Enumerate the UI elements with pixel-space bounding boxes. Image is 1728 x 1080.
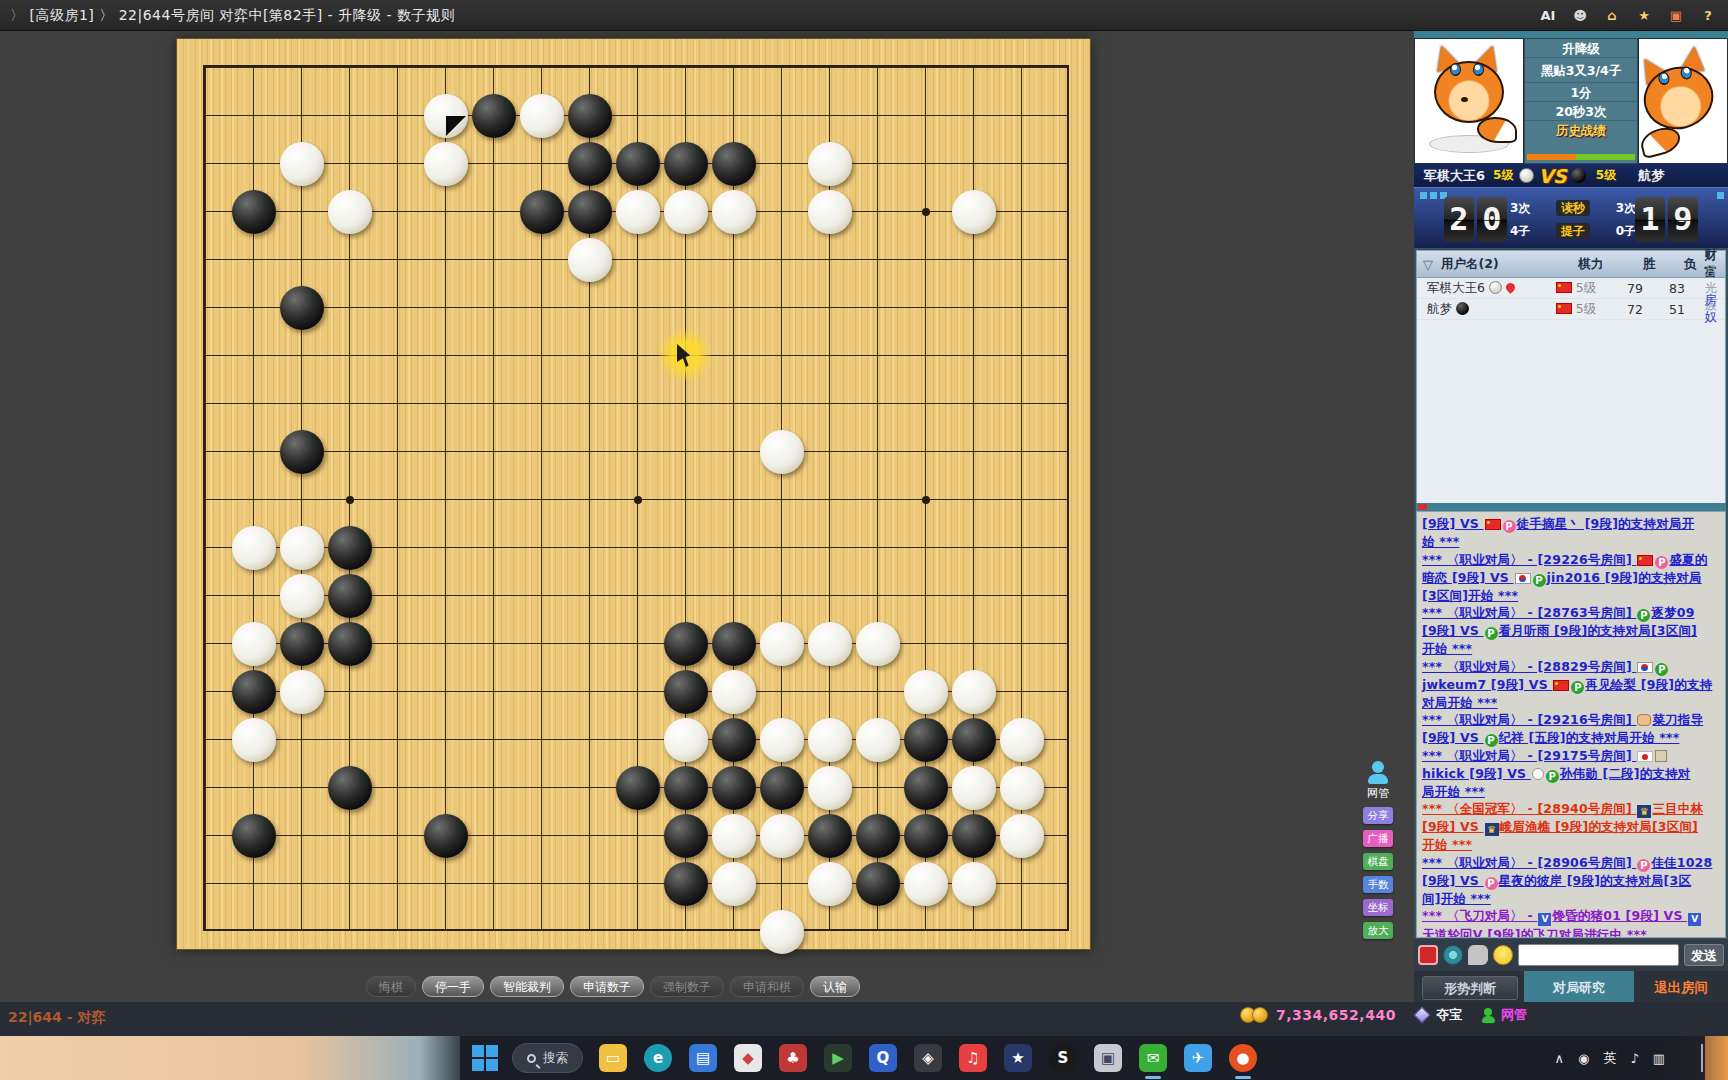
stone-black [952,814,996,858]
stone-black [424,814,468,858]
coin-icon [1252,1007,1268,1023]
stone-black [472,94,516,138]
app-gray-icon[interactable]: ◈ [914,1044,942,1072]
game-button-认输[interactable]: 认输 [810,976,860,997]
chat-broadcast-line[interactable]: *** 〈飞刀对局〉 - 馋昏的猪01 [9段] VS [1422,907,1723,926]
chat-broadcast-line[interactable]: 天道轮回V [9段]的飞刀对局进行中 *** [1422,926,1723,938]
stone-white [808,862,852,906]
chat-broadcast-line[interactable]: *** 〈职业对局〉 - [28829号房间] [1422,658,1723,676]
chat-broadcast-line[interactable]: 开始 *** [1422,640,1723,658]
tray-icon-3[interactable]: ♪ [1630,1051,1638,1066]
stone-white [232,622,276,666]
stone-black [328,526,372,570]
user-wins: 79 [1607,281,1647,296]
white-stone-icon [1519,168,1534,183]
stone-white [1000,814,1044,858]
record-icon[interactable] [1418,504,1427,510]
tray-icon-1[interactable]: ◉ [1578,1051,1589,1066]
stone-black [904,718,948,762]
stone-white [808,766,852,810]
fox-client-icon[interactable]: ● [1229,1044,1257,1072]
jp-badge-icon [1637,751,1653,762]
stone-white [952,190,996,234]
gift-icon[interactable]: ▣ [1666,6,1686,26]
kr-badge-icon [1515,573,1531,584]
stone-black [712,142,756,186]
stone-white [712,190,756,234]
stone-black [568,94,612,138]
bottom-status-strip: 22|644 - 对弈 7,334,652,440 夺宝 网管 [0,1002,1728,1036]
stone-white [760,718,804,762]
match-info-panel: 升降级黑贴3又3/4子1分20秒3次 历史战绩 [1524,38,1638,164]
chat-broadcast-line[interactable]: *** 〈职业对局〉 - [29175号房间] [1422,747,1723,765]
board-tool-分享[interactable]: 分享 [1363,807,1393,824]
stone-black [712,718,756,762]
stone-white [424,142,468,186]
p-badge-icon [1533,574,1546,587]
pp-badge-icon [1637,859,1650,872]
chat-broadcast-line[interactable]: *** 〈全国冠军〉 - [28940号房间] 三目中林 [1422,800,1723,818]
flag-cn-icon [1556,282,1572,293]
chat-broadcast-line[interactable]: 开始 *** [1422,836,1723,854]
music-icon[interactable]: ♫ [959,1044,987,1072]
exit-room-button[interactable]: 退出房间 [1634,979,1728,997]
treasure-button[interactable]: 夺宝 [1436,1006,1462,1024]
byoyomi-label: 读秒 [1556,200,1590,216]
byoyomi-right-count: 3次 [1616,200,1636,217]
stone-white [568,238,612,282]
game-button-悔棋: 悔棋 [366,976,416,997]
board-buttons-row: 悔棋停一手智能裁判申请数子强制数子申请和棋认输 [366,976,860,997]
game-button-申请数子[interactable]: 申请数子 [570,976,644,997]
stone-black [520,190,564,234]
filter-icon[interactable]: ▽ [1423,257,1433,272]
stone-white [280,142,324,186]
stone-white [760,814,804,858]
mouse-cursor-icon [677,344,694,367]
stone-black [328,766,372,810]
chat-broadcast-line[interactable]: hikick [9段] VS 孙伟勋 [二段]的支持对 [1422,765,1723,783]
chat-broadcast-line[interactable]: 间]开始 *** [1422,890,1723,908]
chat-bubble-icon[interactable] [1468,945,1488,965]
chevron-left-icon[interactable]: 〉 [10,7,25,23]
admin-person-icon [1482,1008,1495,1023]
help-icon[interactable]: ? [1698,6,1718,26]
left-player-avatar[interactable] [1414,38,1524,164]
system-tray[interactable]: ∧◉英♪▥ [1555,1036,1665,1080]
chat-broadcast-line[interactable]: [9段] VS 星夜的彼岸 [9段]的支持对局[3区 [1422,872,1723,890]
stone-white [712,862,756,906]
user-table-row[interactable]: 航梦 5级7251房奴 [1417,299,1725,320]
chat-broadcast-line[interactable]: *** 〈职业对局〉 - [28763号房间] 逐梦09 [1422,604,1723,622]
globe-icon[interactable] [1443,945,1463,965]
chat-broadcast-line[interactable]: 始 *** [1422,533,1723,551]
stone-white [904,670,948,714]
stone-black [664,814,708,858]
sidebar-top-bar [1414,31,1728,38]
folder-icon[interactable]: ▭ [599,1044,627,1072]
white-stone-icon [1489,281,1502,294]
stone-white [424,94,468,138]
board-tool-坐标[interactable]: 坐标 [1363,899,1393,916]
user-losses: 83 [1647,281,1689,296]
stone-white [616,190,660,234]
search-icon [527,1054,536,1063]
taskbar-search[interactable]: 搜索 [512,1043,583,1073]
chat-input[interactable] [1518,944,1679,966]
chat-input-row: 发送 [1414,939,1728,971]
stone-white [952,862,996,906]
stone-black [568,142,612,186]
stone-black [664,142,708,186]
board-grid [203,65,1069,931]
stone-black [328,622,372,666]
user-name: 军棋大王6 [1417,280,1545,297]
toolbar-icons: AI☻⌂★▣? [1538,0,1718,31]
steam-icon[interactable]: S [1049,1044,1077,1072]
stone-black [232,190,276,234]
stone-black [856,814,900,858]
user-table-header[interactable]: ▽ 用户名(2) 棋力 胜 负 财富 [1417,251,1725,278]
stone-black [616,142,660,186]
fox-avatar-left-icon [1415,39,1524,164]
chat-broadcast-line[interactable]: [9段] VS 峨眉渔樵 [9段]的支持对局[3区间] [1422,818,1723,836]
right-player-rank: 5级 [1596,167,1616,184]
history-bar [1527,154,1635,160]
net-admin-icon[interactable]: 网管 [1360,761,1396,801]
app-q-icon[interactable]: Q [869,1044,897,1072]
stone-white [232,718,276,762]
v-badge-icon [1688,913,1701,926]
captures-label: 提子 [1556,223,1590,239]
match-info-row: 黑贴3又3/4子 [1525,58,1637,83]
chat-broadcast-line[interactable]: [9段] VS 纪祥 [五段]的支持对局开始 *** [1422,729,1723,747]
star-point [346,496,354,504]
left-player-rank: 5级 [1493,167,1513,184]
stone-white [856,718,900,762]
gb-badge-icon [1655,750,1667,762]
stone-black [280,430,324,474]
app-skyblue-icon[interactable]: ✈ [1184,1044,1212,1072]
black-stone-icon [1571,168,1586,183]
ai-icon[interactable]: AI [1538,6,1558,26]
stone-white [664,190,708,234]
game-button-申请和棋: 申请和棋 [730,976,804,997]
game-button-强制数子: 强制数子 [650,976,724,997]
user-rank: 5级 [1545,301,1607,318]
stone-black [904,766,948,810]
breadcrumb: 〉 [高级房1] 〉 22|644号房间 对弈中[第82手] - 升降级 - 数… [10,0,455,31]
flag-cn-icon [1556,303,1572,314]
v-badge-icon [1538,913,1551,926]
kr-badge-icon [1637,662,1653,673]
user-wins: 72 [1607,302,1647,317]
stone-white [808,622,852,666]
game-button-智能裁判[interactable]: 智能裁判 [490,976,564,997]
windows-start-button[interactable] [470,1043,500,1073]
game-button-停一手[interactable]: 停一手 [422,976,484,997]
p-badge-icon [1485,734,1498,747]
board-tools-strip: 网管 分享广播棋盘手数坐标放大 [1360,761,1400,939]
board-tool-广播[interactable]: 广播 [1363,830,1393,847]
app-photos-icon[interactable]: ◆ [734,1044,762,1072]
stone-white [760,910,804,954]
stone-white [328,190,372,234]
board-tool-手数[interactable]: 手数 [1363,876,1393,893]
fox-avatar-right-icon [1638,38,1728,164]
tray-icon-4[interactable]: ▥ [1653,1051,1665,1066]
stone-white [856,622,900,666]
trophy-icon[interactable]: ★ [1634,6,1654,26]
dog-badge-icon [1637,714,1651,726]
chat-broadcast-line[interactable]: *** 〈职业对局〉 - [29226号房间] 盛夏的 [1422,551,1723,569]
stone-white [760,430,804,474]
app-red-icon[interactable]: ♣ [779,1044,807,1072]
stone-black [664,670,708,714]
stone-white [520,94,564,138]
room-status-label: 22|644 - 对弈 [8,1009,105,1027]
stone-black [952,718,996,762]
sidebar: 升降级黑贴3又3/4子1分20秒3次 历史战绩 军棋大王6 5级 VS 5级 航… [1414,31,1728,1036]
home-icon[interactable]: ⌂ [1602,6,1622,26]
match-info-row: 升降级 [1525,39,1637,58]
user-wealth[interactable]: 房奴 [1689,292,1725,326]
history-record-label[interactable]: 历史战绩 [1525,121,1637,140]
wb-badge-icon [1532,768,1544,780]
stone-black [856,862,900,906]
stone-black [280,622,324,666]
right-clock-digit: 9 [1668,197,1698,242]
right-clock-digit: 1 [1635,197,1665,242]
black-stone-icon [1456,302,1469,315]
cn-badge-icon [1485,519,1501,530]
chat-broadcast-line[interactable]: *** 〈职业对局〉 - [28906号房间] 佳佳1028 [1422,854,1723,872]
chat-broadcast-line[interactable]: 对局开始 *** [1422,694,1723,712]
user-losses: 51 [1647,302,1689,317]
edge-browser-icon[interactable]: e [644,1044,672,1072]
stone-black [712,622,756,666]
go-board[interactable] [176,38,1091,950]
board-tool-放大[interactable]: 放大 [1363,922,1393,939]
app-navy-icon[interactable]: ★ [1004,1044,1032,1072]
app-dark-icon[interactable]: ▶ [824,1044,852,1072]
stone-black [664,622,708,666]
left-clock-digit: 0 [1477,197,1507,242]
match-info-row: 1分 [1525,83,1637,102]
stone-white [952,670,996,714]
taskbar: 搜索 ▭e▤◆♣▶Q◈♫★S▣✉✈● ∧◉英♪▥ [0,1036,1728,1080]
right-player-name[interactable]: 航梦 [1638,167,1664,185]
net-admin-button[interactable]: 网管 [1501,1006,1527,1024]
stone-black [232,670,276,714]
p-badge-icon [1546,770,1559,783]
emoji-icon[interactable] [1493,945,1513,965]
stone-white [232,526,276,570]
user-list-table: ▽ 用户名(2) 棋力 胜 负 财富 军棋大王6 5级7983月光族航梦 5级7… [1416,250,1726,532]
match-info-row: 20秒3次 [1525,102,1637,121]
captures-right-count: 0子 [1616,223,1636,240]
title-bar: 〉 [高级房1] 〉 22|644号房间 对弈中[第82手] - 升降级 - 数… [0,0,1728,31]
players-vs-row: 军棋大王6 5级 VS 5级 航梦 [1414,164,1728,187]
chat-broadcast-line[interactable]: 局开始 *** [1422,783,1723,801]
pp-badge-icon [1503,520,1516,533]
last-move-triangle-marker [446,116,466,136]
stone-white [664,718,708,762]
stone-black [568,190,612,234]
right-player-avatar[interactable] [1638,38,1728,164]
stone-white [808,190,852,234]
stone-white [904,862,948,906]
chat-broadcast-line[interactable]: [9段] VS 徒手摘星丶 [9段]的支持对局开 [1422,515,1723,533]
stone-black [280,286,324,330]
sidebar-bottom-buttons: 形势判断 对局研究 退出房间 [1414,971,1728,1004]
star-point [634,496,642,504]
star-point [922,208,930,216]
p-badge-icon [1655,663,1668,676]
app-blue-icon[interactable]: ▤ [689,1044,717,1072]
stone-black [904,814,948,858]
chat-broadcast-line[interactable]: [3区间]开始 *** [1422,587,1723,605]
clock-panel: 2 0 3次 读秒 3次 4子 提子 0子 1 9 [1414,187,1728,248]
cn-badge-icon [1553,680,1569,691]
crown-badge-icon [1485,823,1499,836]
user-name: 航梦 [1417,301,1545,318]
tray-icon-2[interactable]: 英 [1603,1049,1616,1067]
chat-broadcast-area[interactable]: [9段] VS 徒手摘星丶 [9段]的支持对局开始 ****** 〈职业对局〉 … [1416,511,1726,938]
user-rank: 5级 [1545,280,1607,297]
net-admin-label: 网管 [1360,786,1396,801]
stone-white [280,526,324,570]
cn-badge-icon [1637,555,1653,566]
vs-label: VS [1538,165,1566,187]
stone-white [952,766,996,810]
chat-broadcast-line[interactable]: 暗恋 [9段] VS jin2016 [9段]的支持对局 [1422,569,1723,587]
show-desktop-handle[interactable] [1701,1044,1703,1072]
wechat-icon[interactable]: ✉ [1139,1044,1167,1072]
user-table-row[interactable]: 军棋大王6 5级7983月光族 [1417,278,1725,299]
chat-broadcast-line[interactable]: *** 〈职业对局〉 - [29216号房间] 菜刀指导 [1422,711,1723,729]
user-icon[interactable]: ☻ [1570,6,1590,26]
coin-balance: 7,334,652,440 [1276,1007,1396,1023]
pp-badge-icon [1485,877,1498,890]
app-light-icon[interactable]: ▣ [1094,1044,1122,1072]
stone-black [616,766,660,810]
stone-black [808,814,852,858]
left-player-name[interactable]: 军棋大王6 [1424,167,1485,185]
send-button[interactable]: 发送 [1684,944,1724,966]
shape-judge-button[interactable]: 形势判断 [1422,976,1518,1000]
board-cursor-highlight [659,329,711,381]
left-clock-digit: 2 [1444,197,1474,242]
stone-white [712,670,756,714]
announce-icon[interactable] [1418,945,1438,965]
star-point [922,496,930,504]
stone-white [712,814,756,858]
stone-black [328,574,372,618]
stone-black [664,766,708,810]
treasure-gem-icon [1413,1007,1430,1024]
stone-black [760,766,804,810]
p-badge-icon [1485,627,1498,640]
stone-black [712,766,756,810]
crown-badge-icon [1637,805,1651,818]
game-area: 网管 分享广播棋盘手数坐标放大 悔棋停一手智能裁判申请数子强制数子申请和棋认输 [0,31,1414,1080]
stone-white [760,622,804,666]
p-badge-icon [1571,681,1584,694]
stone-white [1000,766,1044,810]
taskbar-app-icons: ▭e▤◆♣▶Q◈♫★S▣✉✈● [599,1044,1257,1072]
location-pin-icon [1504,281,1517,294]
stone-white [280,670,324,714]
p-badge-icon [1637,609,1650,622]
pp-badge-icon [1655,556,1668,569]
stone-white [808,142,852,186]
board-tool-棋盘[interactable]: 棋盘 [1363,853,1393,870]
chat-top-strip [1416,503,1726,511]
tray-icon-0[interactable]: ∧ [1555,1051,1565,1066]
stone-white [808,718,852,762]
stone-white [1000,718,1044,762]
captures-left-count: 4子 [1510,223,1530,240]
byoyomi-left-count: 3次 [1510,200,1530,217]
stone-black [232,814,276,858]
game-research-button[interactable]: 对局研究 [1524,971,1634,1004]
stone-black [664,862,708,906]
chat-broadcast-line[interactable]: [9段] VS 看月听雨 [9段]的支持对局[3区间] [1422,622,1723,640]
stone-white [280,574,324,618]
chat-broadcast-line[interactable]: jwkeum7 [9段] VS 再见绘梨 [9段]的支持 [1422,676,1723,694]
